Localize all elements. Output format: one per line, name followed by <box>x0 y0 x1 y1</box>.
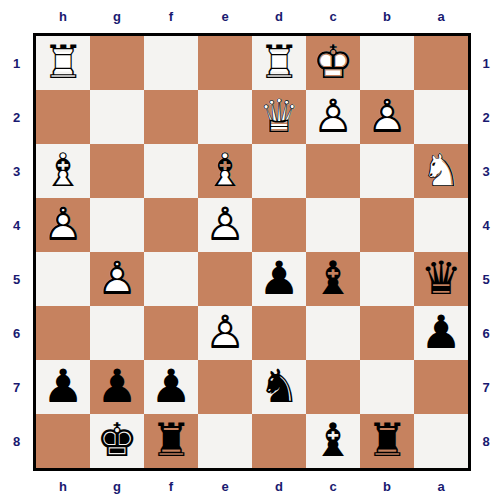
square-d4[interactable] <box>252 198 306 252</box>
white-queen-fill: ♛ <box>252 90 306 144</box>
square-b6[interactable] <box>360 306 414 360</box>
corner-bottom-left <box>0 471 33 502</box>
white-bishop[interactable]: ♝♗ <box>36 144 90 198</box>
square-e3[interactable]: ♝♗ <box>198 144 252 198</box>
rank-label-7: 7 <box>471 360 501 414</box>
rank-label-4: 4 <box>471 198 501 252</box>
white-pawn-outline: ♙ <box>198 306 252 360</box>
file-label-g: g <box>90 0 144 33</box>
square-h4[interactable]: ♟♙ <box>36 198 90 252</box>
square-a4[interactable] <box>414 198 468 252</box>
file-label-b: b <box>360 0 414 33</box>
file-label-d: d <box>252 471 306 502</box>
rank-label-1: 1 <box>0 36 33 90</box>
white-bishop-fill: ♝ <box>36 144 90 198</box>
square-c2[interactable]: ♟♙ <box>306 90 360 144</box>
chess-board: ♜♖♜♖♚♔♛♕♟♙♟♙♝♗♝♗♞♘♟♙♟♙♟♙♟♝♛♟♙♟♟♟♟♞♚♜♝♜ <box>33 33 471 471</box>
black-king-glyph: ♚ <box>90 414 144 468</box>
file-label-h: h <box>36 0 90 33</box>
white-pawn-outline: ♙ <box>360 90 414 144</box>
square-g5[interactable]: ♟♙ <box>90 252 144 306</box>
black-knight[interactable]: ♞ <box>252 360 306 414</box>
square-h1[interactable]: ♜♖ <box>36 36 90 90</box>
square-d8[interactable] <box>252 414 306 468</box>
square-d2[interactable]: ♛♕ <box>252 90 306 144</box>
square-f7[interactable]: ♟ <box>144 360 198 414</box>
rank-labels-left: 12345678 <box>0 33 33 471</box>
black-rook-glyph: ♜ <box>360 414 414 468</box>
square-e1[interactable] <box>198 36 252 90</box>
white-pawn-fill: ♟ <box>306 90 360 144</box>
white-bishop[interactable]: ♝♗ <box>198 144 252 198</box>
square-e5[interactable] <box>198 252 252 306</box>
black-rook[interactable]: ♜ <box>144 414 198 468</box>
file-label-a: a <box>414 0 468 33</box>
black-bishop[interactable]: ♝ <box>306 252 360 306</box>
white-king[interactable]: ♚♔ <box>306 36 360 90</box>
square-f2[interactable] <box>144 90 198 144</box>
black-knight-glyph: ♞ <box>252 360 306 414</box>
square-h7[interactable]: ♟ <box>36 360 90 414</box>
white-bishop-outline: ♗ <box>198 144 252 198</box>
file-label-c: c <box>306 0 360 33</box>
square-a3[interactable]: ♞♘ <box>414 144 468 198</box>
square-a8[interactable] <box>414 414 468 468</box>
black-pawn-glyph: ♟ <box>144 360 198 414</box>
white-bishop-outline: ♗ <box>36 144 90 198</box>
rank-label-8: 8 <box>471 414 501 468</box>
white-pawn-outline: ♙ <box>36 198 90 252</box>
square-g1[interactable] <box>90 36 144 90</box>
file-labels-top: hgfedcba <box>33 0 471 33</box>
square-d5[interactable]: ♟ <box>252 252 306 306</box>
rank-label-7: 7 <box>0 360 33 414</box>
square-c1[interactable]: ♚♔ <box>306 36 360 90</box>
square-d7[interactable]: ♞ <box>252 360 306 414</box>
file-label-e: e <box>198 0 252 33</box>
square-f1[interactable] <box>144 36 198 90</box>
square-c3[interactable] <box>306 144 360 198</box>
white-pawn-fill: ♟ <box>198 198 252 252</box>
black-pawn-glyph: ♟ <box>90 360 144 414</box>
rank-label-5: 5 <box>0 252 33 306</box>
white-rook[interactable]: ♜♖ <box>36 36 90 90</box>
square-h8[interactable] <box>36 414 90 468</box>
white-rook-outline: ♖ <box>252 36 306 90</box>
rank-label-2: 2 <box>471 90 501 144</box>
white-knight-fill: ♞ <box>414 144 468 198</box>
square-h3[interactable]: ♝♗ <box>36 144 90 198</box>
black-pawn[interactable]: ♟ <box>252 252 306 306</box>
square-b1[interactable] <box>360 36 414 90</box>
square-f6[interactable] <box>144 306 198 360</box>
square-a6[interactable]: ♟ <box>414 306 468 360</box>
white-pawn-fill: ♟ <box>36 198 90 252</box>
corner-bottom-right <box>471 471 501 502</box>
square-c7[interactable] <box>306 360 360 414</box>
square-b5[interactable] <box>360 252 414 306</box>
white-queen-outline: ♕ <box>252 90 306 144</box>
square-c5[interactable]: ♝ <box>306 252 360 306</box>
file-label-a: a <box>414 471 468 502</box>
square-g2[interactable] <box>90 90 144 144</box>
square-g4[interactable] <box>90 198 144 252</box>
square-d1[interactable]: ♜♖ <box>252 36 306 90</box>
rank-label-2: 2 <box>0 90 33 144</box>
black-bishop[interactable]: ♝ <box>306 414 360 468</box>
black-bishop-glyph: ♝ <box>306 414 360 468</box>
file-label-f: f <box>144 0 198 33</box>
white-pawn[interactable]: ♟♙ <box>306 90 360 144</box>
file-label-c: c <box>306 471 360 502</box>
square-e4[interactable]: ♟♙ <box>198 198 252 252</box>
corner-top-left <box>0 0 33 33</box>
file-label-g: g <box>90 471 144 502</box>
square-f5[interactable] <box>144 252 198 306</box>
file-label-d: d <box>252 0 306 33</box>
chess-diagram-page: hgfedcba 12345678 ♜♖♜♖♚♔♛♕♟♙♟♙♝♗♝♗♞♘♟♙♟♙… <box>0 0 501 502</box>
white-pawn[interactable]: ♟♙ <box>36 198 90 252</box>
rank-label-6: 6 <box>471 306 501 360</box>
black-pawn-glyph: ♟ <box>252 252 306 306</box>
white-rook[interactable]: ♜♖ <box>252 36 306 90</box>
black-pawn-glyph: ♟ <box>36 360 90 414</box>
white-rook-outline: ♖ <box>36 36 90 90</box>
square-c4[interactable] <box>306 198 360 252</box>
square-h5[interactable] <box>36 252 90 306</box>
square-b8[interactable]: ♜ <box>360 414 414 468</box>
black-rook[interactable]: ♜ <box>360 414 414 468</box>
square-a2[interactable] <box>414 90 468 144</box>
square-f8[interactable]: ♜ <box>144 414 198 468</box>
rank-label-4: 4 <box>0 198 33 252</box>
file-label-e: e <box>198 471 252 502</box>
black-rook-glyph: ♜ <box>144 414 198 468</box>
file-label-f: f <box>144 471 198 502</box>
black-queen[interactable]: ♛ <box>414 252 468 306</box>
black-king[interactable]: ♚ <box>90 414 144 468</box>
square-b2[interactable]: ♟♙ <box>360 90 414 144</box>
white-pawn-outline: ♙ <box>306 90 360 144</box>
white-rook-fill: ♜ <box>252 36 306 90</box>
rank-label-8: 8 <box>0 414 33 468</box>
square-e8[interactable] <box>198 414 252 468</box>
square-b3[interactable] <box>360 144 414 198</box>
square-c6[interactable] <box>306 306 360 360</box>
square-e7[interactable] <box>198 360 252 414</box>
square-g7[interactable]: ♟ <box>90 360 144 414</box>
square-b7[interactable] <box>360 360 414 414</box>
white-pawn[interactable]: ♟♙ <box>198 198 252 252</box>
black-pawn[interactable]: ♟ <box>36 360 90 414</box>
file-labels-bottom: hgfedcba <box>33 471 471 502</box>
rank-labels-right: 12345678 <box>471 33 501 471</box>
black-pawn-glyph: ♟ <box>414 306 468 360</box>
black-bishop-glyph: ♝ <box>306 252 360 306</box>
rank-label-3: 3 <box>471 144 501 198</box>
black-queen-glyph: ♛ <box>414 252 468 306</box>
white-king-outline: ♔ <box>306 36 360 90</box>
square-h2[interactable] <box>36 90 90 144</box>
square-d3[interactable] <box>252 144 306 198</box>
square-g3[interactable] <box>90 144 144 198</box>
square-a5[interactable]: ♛ <box>414 252 468 306</box>
white-knight[interactable]: ♞♘ <box>414 144 468 198</box>
square-a1[interactable] <box>414 36 468 90</box>
white-rook-fill: ♜ <box>36 36 90 90</box>
white-pawn-fill: ♟ <box>90 252 144 306</box>
square-g6[interactable] <box>90 306 144 360</box>
square-h6[interactable] <box>36 306 90 360</box>
square-e6[interactable]: ♟♙ <box>198 306 252 360</box>
black-pawn[interactable]: ♟ <box>90 360 144 414</box>
white-knight-outline: ♘ <box>414 144 468 198</box>
corner-top-right <box>471 0 501 33</box>
square-a7[interactable] <box>414 360 468 414</box>
rank-label-6: 6 <box>0 306 33 360</box>
white-pawn[interactable]: ♟♙ <box>360 90 414 144</box>
white-pawn-fill: ♟ <box>198 306 252 360</box>
white-queen[interactable]: ♛♕ <box>252 90 306 144</box>
square-b4[interactable] <box>360 198 414 252</box>
white-pawn-outline: ♙ <box>198 198 252 252</box>
square-d6[interactable] <box>252 306 306 360</box>
white-pawn[interactable]: ♟♙ <box>198 306 252 360</box>
square-f4[interactable] <box>144 198 198 252</box>
rank-label-5: 5 <box>471 252 501 306</box>
square-f3[interactable] <box>144 144 198 198</box>
black-pawn[interactable]: ♟ <box>144 360 198 414</box>
white-pawn[interactable]: ♟♙ <box>90 252 144 306</box>
square-e2[interactable] <box>198 90 252 144</box>
rank-label-1: 1 <box>471 36 501 90</box>
white-bishop-fill: ♝ <box>198 144 252 198</box>
square-c8[interactable]: ♝ <box>306 414 360 468</box>
rank-label-3: 3 <box>0 144 33 198</box>
file-label-h: h <box>36 471 90 502</box>
white-pawn-fill: ♟ <box>360 90 414 144</box>
white-king-fill: ♚ <box>306 36 360 90</box>
file-label-b: b <box>360 471 414 502</box>
square-g8[interactable]: ♚ <box>90 414 144 468</box>
board-layout: hgfedcba 12345678 ♜♖♜♖♚♔♛♕♟♙♟♙♝♗♝♗♞♘♟♙♟♙… <box>0 0 501 502</box>
black-pawn[interactable]: ♟ <box>414 306 468 360</box>
white-pawn-outline: ♙ <box>90 252 144 306</box>
